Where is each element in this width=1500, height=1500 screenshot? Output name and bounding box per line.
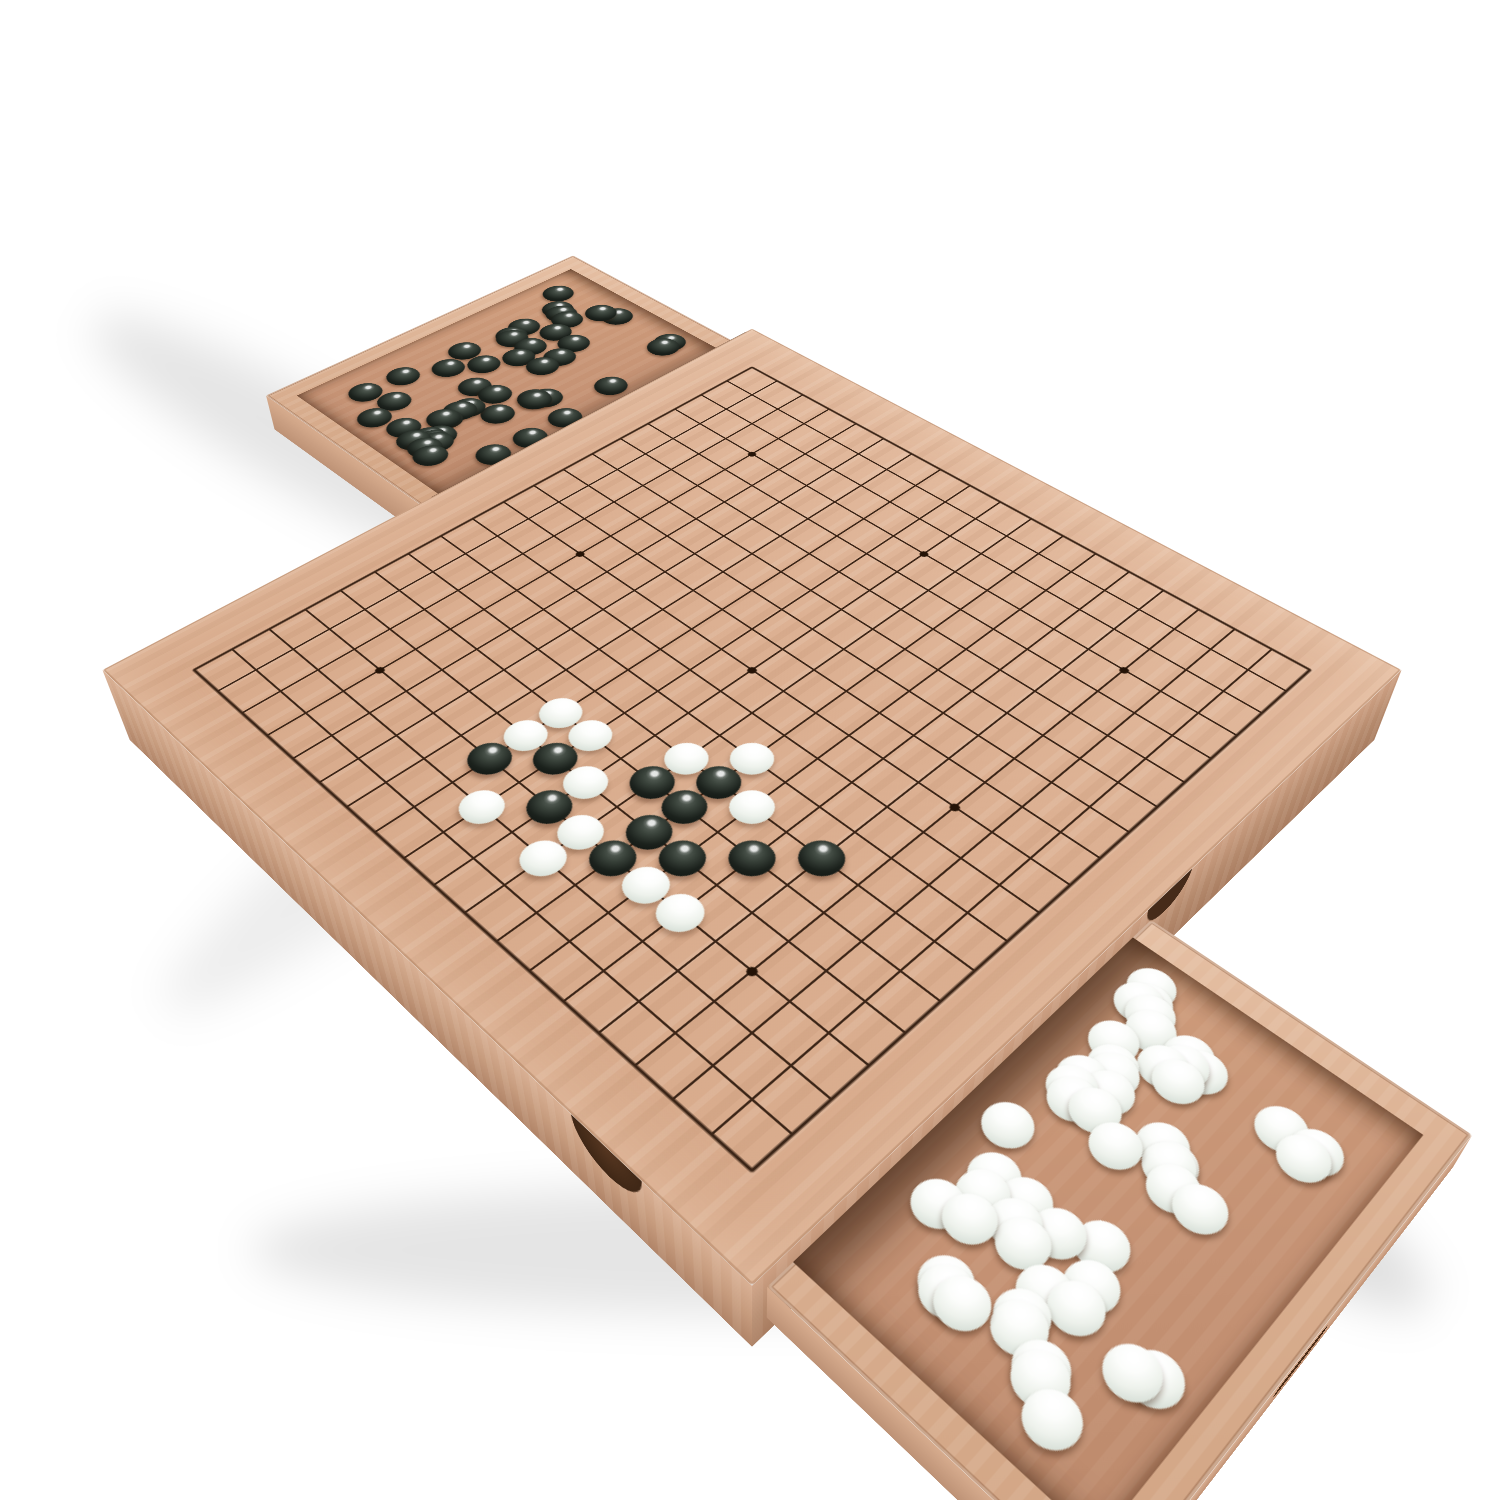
- grid-line: [647, 423, 1211, 759]
- go-set-product-photo: [0, 0, 1500, 1500]
- white-tray-stone[interactable]: [970, 1093, 1045, 1159]
- grid-line: [340, 590, 906, 1034]
- grid-line: [620, 438, 1185, 783]
- black-tray-stone[interactable]: [380, 363, 427, 388]
- grid-line: [674, 409, 1237, 736]
- grid-line: [346, 454, 912, 808]
